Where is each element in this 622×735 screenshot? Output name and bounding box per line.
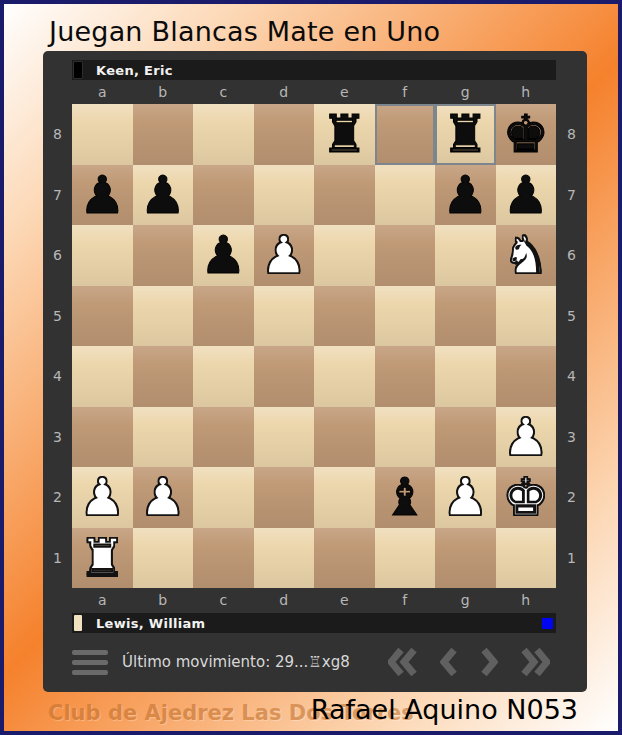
white-pawn-b2[interactable]: ♟: [139, 471, 186, 523]
square-a6[interactable]: [72, 225, 133, 286]
square-a2[interactable]: ♟: [72, 467, 133, 528]
file-label-h: h: [496, 82, 557, 102]
file-labels-bottom: abcdefgh: [72, 590, 556, 610]
square-g6[interactable]: [435, 225, 496, 286]
page-title: Juegan Blancas Mate en Uno: [49, 16, 440, 47]
file-label-c: c: [193, 82, 254, 102]
player-name-white: Lewis, William: [96, 616, 205, 631]
square-c4[interactable]: [193, 346, 254, 407]
white-king-h2[interactable]: ♚: [502, 471, 549, 523]
file-label-c: c: [193, 590, 254, 610]
next-move-button[interactable]: [480, 648, 498, 676]
black-pawn-h7[interactable]: ♟: [502, 169, 549, 221]
previous-move-button[interactable]: [440, 648, 458, 676]
square-h7[interactable]: ♟: [496, 165, 557, 226]
white-rook-a1[interactable]: ♜: [79, 532, 126, 584]
rank-label-7: 7: [556, 165, 587, 226]
square-g4[interactable]: [435, 346, 496, 407]
square-f5[interactable]: [375, 286, 436, 347]
white-pawn-d6[interactable]: ♟: [260, 229, 307, 281]
last-move-button[interactable]: [520, 648, 550, 676]
file-label-g: g: [435, 82, 496, 102]
square-b2[interactable]: ♟: [133, 467, 194, 528]
file-label-e: e: [314, 590, 375, 610]
square-c5[interactable]: [193, 286, 254, 347]
square-d5[interactable]: [254, 286, 315, 347]
rank-label-4: 4: [43, 346, 72, 407]
square-d2[interactable]: [254, 467, 315, 528]
square-h1[interactable]: [496, 528, 557, 589]
square-b1[interactable]: [133, 528, 194, 589]
square-b7[interactable]: ♟: [133, 165, 194, 226]
rank-label-2: 2: [556, 467, 587, 528]
file-label-d: d: [254, 82, 315, 102]
square-a1[interactable]: ♜: [72, 528, 133, 589]
square-g1[interactable]: [435, 528, 496, 589]
square-h2[interactable]: ♚: [496, 467, 557, 528]
last-move-text: Último movimiento: 29...♖xg8: [122, 653, 350, 671]
square-b4[interactable]: [133, 346, 194, 407]
square-a8[interactable]: [72, 104, 133, 165]
rank-label-2: 2: [43, 467, 72, 528]
square-d7[interactable]: [254, 165, 315, 226]
square-e3[interactable]: [314, 407, 375, 468]
square-g7[interactable]: ♟: [435, 165, 496, 226]
rank-label-4: 4: [556, 346, 587, 407]
square-h3[interactable]: ♟: [496, 407, 557, 468]
white-pawn-h3[interactable]: ♟: [502, 411, 549, 463]
rank-label-7: 7: [43, 165, 72, 226]
square-c8[interactable]: [193, 104, 254, 165]
square-f3[interactable]: [375, 407, 436, 468]
black-rook-e8[interactable]: ♜: [321, 108, 368, 160]
white-knight-h6[interactable]: ♞: [502, 229, 549, 281]
file-label-h: h: [496, 590, 557, 610]
square-c2[interactable]: [193, 467, 254, 528]
square-g2[interactable]: ♟: [435, 467, 496, 528]
white-color-indicator: [74, 615, 82, 631]
square-h4[interactable]: [496, 346, 557, 407]
credit-text: Rafael Aquino N053: [311, 694, 578, 725]
square-g5[interactable]: [435, 286, 496, 347]
square-e4[interactable]: [314, 346, 375, 407]
square-a4[interactable]: [72, 346, 133, 407]
rank-label-6: 6: [43, 225, 72, 286]
rank-labels-right: 87654321: [556, 104, 587, 588]
file-label-b: b: [133, 590, 194, 610]
black-bishop-f2[interactable]: ♝: [381, 471, 428, 523]
black-king-h8[interactable]: ♚: [502, 108, 549, 160]
square-e1[interactable]: [314, 528, 375, 589]
square-d6[interactable]: ♟: [254, 225, 315, 286]
square-c3[interactable]: [193, 407, 254, 468]
square-a3[interactable]: [72, 407, 133, 468]
square-d3[interactable]: [254, 407, 315, 468]
chess-board[interactable]: ♜♜♚♟♟♟♟♟♟♞♟♟♟♝♟♚♜: [72, 104, 556, 588]
white-pawn-g2[interactable]: ♟: [442, 471, 489, 523]
square-e6[interactable]: [314, 225, 375, 286]
page: Juegan Blancas Mate en Uno Keen, Eric ab…: [0, 0, 622, 735]
square-f8[interactable]: [375, 104, 436, 165]
player-name-black: Keen, Eric: [96, 63, 173, 78]
rank-label-3: 3: [556, 407, 587, 468]
file-labels-top: abcdefgh: [72, 82, 556, 102]
nav-buttons: [388, 648, 550, 676]
square-d8[interactable]: [254, 104, 315, 165]
square-e5[interactable]: [314, 286, 375, 347]
square-e8[interactable]: ♜: [314, 104, 375, 165]
square-h6[interactable]: ♞: [496, 225, 557, 286]
controls-bar: Último movimiento: 29...♖xg8: [72, 641, 556, 683]
file-label-a: a: [72, 82, 133, 102]
black-pawn-a7[interactable]: ♟: [79, 169, 126, 221]
file-label-d: d: [254, 590, 315, 610]
file-label-b: b: [133, 82, 194, 102]
file-label-a: a: [72, 590, 133, 610]
rank-label-8: 8: [43, 104, 72, 165]
rank-label-5: 5: [43, 286, 72, 347]
square-f4[interactable]: [375, 346, 436, 407]
menu-icon[interactable]: [72, 650, 108, 675]
square-c7[interactable]: [193, 165, 254, 226]
square-b8[interactable]: [133, 104, 194, 165]
rank-label-5: 5: [556, 286, 587, 347]
square-a7[interactable]: ♟: [72, 165, 133, 226]
white-pawn-a2[interactable]: ♟: [79, 471, 126, 523]
black-pawn-g7[interactable]: ♟: [442, 169, 489, 221]
square-g8[interactable]: ♜: [435, 104, 496, 165]
square-e7[interactable]: [314, 165, 375, 226]
file-label-f: f: [375, 82, 436, 102]
turn-indicator: [542, 618, 553, 629]
square-h5[interactable]: [496, 286, 557, 347]
rank-labels-left: 87654321: [43, 104, 72, 588]
black-pawn-c6[interactable]: ♟: [200, 229, 247, 281]
rank-label-8: 8: [556, 104, 587, 165]
square-g3[interactable]: [435, 407, 496, 468]
file-label-f: f: [375, 590, 436, 610]
square-f1[interactable]: [375, 528, 436, 589]
rank-label-6: 6: [556, 225, 587, 286]
square-d1[interactable]: [254, 528, 315, 589]
square-b5[interactable]: [133, 286, 194, 347]
square-c6[interactable]: ♟: [193, 225, 254, 286]
square-f7[interactable]: [375, 165, 436, 226]
square-f2[interactable]: ♝: [375, 467, 436, 528]
square-c1[interactable]: [193, 528, 254, 589]
square-d4[interactable]: [254, 346, 315, 407]
chess-app-panel: Keen, Eric abcdefgh 87654321 ♜♜♚♟♟♟♟♟♟♞♟…: [43, 51, 587, 692]
first-move-button[interactable]: [388, 648, 418, 676]
square-h8[interactable]: ♚: [496, 104, 557, 165]
black-pawn-b7[interactable]: ♟: [139, 169, 186, 221]
file-label-g: g: [435, 590, 496, 610]
square-a5[interactable]: [72, 286, 133, 347]
rank-label-3: 3: [43, 407, 72, 468]
file-label-e: e: [314, 82, 375, 102]
square-e2[interactable]: [314, 467, 375, 528]
square-b3[interactable]: [133, 407, 194, 468]
player-bar-white: Lewis, William: [72, 613, 556, 633]
black-rook-g8[interactable]: ♜: [442, 108, 489, 160]
square-f6[interactable]: [375, 225, 436, 286]
square-b6[interactable]: [133, 225, 194, 286]
black-color-indicator: [74, 62, 82, 78]
player-bar-black: Keen, Eric: [72, 60, 556, 80]
rank-label-1: 1: [556, 528, 587, 589]
rank-label-1: 1: [43, 528, 72, 589]
